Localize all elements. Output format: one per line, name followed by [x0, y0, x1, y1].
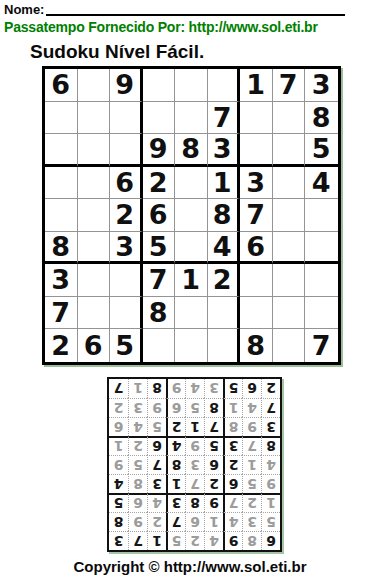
puzzle-cell[interactable]	[273, 102, 306, 135]
solution-cell: 8	[204, 398, 223, 417]
solution-cell: 2	[109, 398, 128, 417]
puzzle-cell[interactable]	[110, 102, 143, 135]
solution-cell: 9	[185, 436, 204, 455]
puzzle-cell[interactable]: 2	[110, 199, 143, 232]
puzzle-cell[interactable]: 3	[208, 134, 241, 167]
puzzle-cell[interactable]	[45, 134, 78, 167]
solution-cell: 4	[166, 436, 185, 455]
puzzle-cell[interactable]: 5	[110, 329, 143, 362]
puzzle-cell[interactable]	[273, 199, 306, 232]
solution-cell: 9	[261, 474, 280, 493]
puzzle-cell[interactable]	[175, 329, 208, 362]
puzzle-cell[interactable]	[273, 297, 306, 330]
solution-cell: 6	[261, 531, 280, 550]
puzzle-cell[interactable]: 3	[45, 264, 78, 297]
puzzle-cell[interactable]	[78, 199, 111, 232]
puzzle-cell[interactable]	[175, 232, 208, 265]
solution-cell: 3	[128, 398, 147, 417]
solution-cell: 7	[261, 398, 280, 417]
puzzle-cell[interactable]	[78, 134, 111, 167]
solution-cell: 3	[109, 531, 128, 550]
puzzle-cell[interactable]	[240, 102, 273, 135]
puzzle-cell[interactable]: 6	[143, 199, 176, 232]
puzzle-cell[interactable]: 6	[45, 69, 78, 102]
solution-cell: 1	[166, 474, 185, 493]
solution-cell: 1	[204, 512, 223, 531]
puzzle-cell[interactable]	[240, 297, 273, 330]
puzzle-cell[interactable]	[175, 167, 208, 200]
puzzle-cell[interactable]	[273, 167, 306, 200]
puzzle-cell[interactable]	[208, 329, 241, 362]
puzzle-cell[interactable]: 7	[45, 297, 78, 330]
puzzle-cell[interactable]	[78, 232, 111, 265]
solution-cell: 8	[128, 474, 147, 493]
solution-cell: 7	[204, 417, 223, 436]
puzzle-cell[interactable]: 2	[208, 264, 241, 297]
solution-cell: 3	[166, 493, 185, 512]
puzzle-cell[interactable]: 1	[208, 167, 241, 200]
solution-cell: 5	[128, 455, 147, 474]
puzzle-cell[interactable]	[110, 297, 143, 330]
solution-cell: 6	[185, 512, 204, 531]
copyright-text: Copyright © http://www.sol.eti.br	[0, 558, 380, 575]
name-row: Nome:	[4, 2, 345, 17]
puzzle-cell[interactable]: 8	[208, 199, 241, 232]
puzzle-cell[interactable]: 3	[240, 167, 273, 200]
puzzle-cell[interactable]	[143, 329, 176, 362]
solution-cell: 4	[147, 493, 166, 512]
puzzle-cell[interactable]: 1	[175, 264, 208, 297]
puzzle-cell[interactable]	[78, 102, 111, 135]
puzzle-cell[interactable]	[175, 69, 208, 102]
solution-cell: 1	[185, 417, 204, 436]
solution-cell: 9	[166, 379, 185, 398]
solution-cell: 5	[185, 398, 204, 417]
puzzle-cell[interactable]: 6	[110, 167, 143, 200]
puzzle-cell[interactable]: 9	[110, 69, 143, 102]
solution-cell: 1	[223, 398, 242, 417]
solution-cell: 4	[128, 417, 147, 436]
puzzle-cell[interactable]	[143, 102, 176, 135]
puzzle-cell[interactable]: 4	[305, 167, 338, 200]
solution-cell: 2	[242, 493, 261, 512]
solution-cell: 9	[242, 417, 261, 436]
solution-cell: 1	[128, 379, 147, 398]
solution-cell: 4	[261, 455, 280, 474]
solution-cell: 9	[147, 398, 166, 417]
puzzle-cell[interactable]	[273, 264, 306, 297]
solution-cell: 7	[223, 493, 242, 512]
solution-cell: 5	[223, 379, 242, 398]
solution-cell: 5	[261, 512, 280, 531]
solution-cell: 2	[128, 436, 147, 455]
puzzle-cell[interactable]: 7	[208, 102, 241, 135]
solution-cell: 7	[128, 531, 147, 550]
solution-cell: 2	[223, 455, 242, 474]
solution-cell: 6	[204, 455, 223, 474]
puzzle-cell[interactable]	[143, 69, 176, 102]
puzzle-cell[interactable]	[110, 134, 143, 167]
solution-cell: 4	[223, 512, 242, 531]
solution-cell: 3	[204, 379, 223, 398]
solution-cell: 5	[204, 436, 223, 455]
solution-cell: 9	[204, 493, 223, 512]
solution-cell: 1	[261, 493, 280, 512]
name-underline	[46, 2, 345, 16]
sudoku-puzzle-grid: 691737898356213426878354637127826587	[42, 66, 341, 365]
puzzle-cell[interactable]: 7	[143, 264, 176, 297]
solution-cell: 5	[147, 417, 166, 436]
solution-cell: 7	[109, 379, 128, 398]
puzzle-cell[interactable]	[305, 297, 338, 330]
puzzle-cell[interactable]: 2	[143, 167, 176, 200]
puzzle-cell[interactable]	[78, 297, 111, 330]
puzzle-cell[interactable]	[305, 264, 338, 297]
puzzle-cell[interactable]	[240, 134, 273, 167]
solution-cell: 8	[147, 379, 166, 398]
puzzle-cell[interactable]: 7	[273, 69, 306, 102]
solution-cell: 4	[109, 474, 128, 493]
solution-cell: 6	[242, 379, 261, 398]
puzzle-cell[interactable]: 8	[45, 232, 78, 265]
puzzle-cell[interactable]: 9	[143, 134, 176, 167]
solution-cell: 2	[204, 474, 223, 493]
solution-cell: 6	[109, 417, 128, 436]
solution-cell: 8	[166, 455, 185, 474]
solution-cell: 3	[242, 512, 261, 531]
puzzle-cell[interactable]: 6	[240, 232, 273, 265]
puzzle-cell[interactable]: 6	[78, 329, 111, 362]
solution-cell: 2	[185, 531, 204, 550]
puzzle-cell[interactable]	[175, 297, 208, 330]
puzzle-cell[interactable]	[305, 232, 338, 265]
solution-cell: 8	[261, 436, 280, 455]
puzzle-cell[interactable]	[45, 102, 78, 135]
solution-cell: 4	[185, 379, 204, 398]
solution-cell: 8	[223, 417, 242, 436]
puzzle-cell[interactable]	[273, 134, 306, 167]
puzzle-cell[interactable]: 5	[143, 232, 176, 265]
puzzle-cell[interactable]	[305, 199, 338, 232]
provided-by-text: Passatempo Fornecido Por: http://www.sol…	[4, 19, 376, 35]
puzzle-cell[interactable]	[208, 297, 241, 330]
puzzle-cell[interactable]	[208, 69, 241, 102]
solution-cell: 3	[223, 436, 242, 455]
solution-cell: 4	[242, 398, 261, 417]
sudoku-solution-grid: 6894251735341672981279834659562713844126…	[107, 377, 282, 552]
solution-cell: 9	[109, 455, 128, 474]
puzzle-cell[interactable]	[175, 199, 208, 232]
puzzle-cell[interactable]	[78, 264, 111, 297]
solution-cell: 6	[128, 493, 147, 512]
solution-cell: 5	[109, 493, 128, 512]
puzzle-cell[interactable]: 3	[110, 232, 143, 265]
solution-cell: 6	[223, 474, 242, 493]
solution-cell: 7	[147, 455, 166, 474]
puzzle-cell[interactable]: 4	[208, 232, 241, 265]
solution-cell: 1	[147, 531, 166, 550]
puzzle-cell[interactable]: 7	[240, 199, 273, 232]
solution-cell: 8	[242, 531, 261, 550]
solution-cell: 7	[242, 436, 261, 455]
solution-cell: 2	[261, 379, 280, 398]
solution-cell: 7	[166, 512, 185, 531]
page-title: Sudoku Nível Fácil.	[30, 41, 204, 63]
solution-cell: 9	[128, 512, 147, 531]
puzzle-cell[interactable]: 1	[240, 69, 273, 102]
puzzle-cell[interactable]	[45, 167, 78, 200]
solution-cell: 8	[109, 512, 128, 531]
puzzle-cell[interactable]: 3	[305, 69, 338, 102]
solution-cell: 4	[204, 531, 223, 550]
solution-cell: 3	[261, 417, 280, 436]
puzzle-cell[interactable]	[110, 264, 143, 297]
puzzle-cell[interactable]	[78, 167, 111, 200]
puzzle-cell[interactable]: 2	[45, 329, 78, 362]
puzzle-cell[interactable]: 8	[305, 102, 338, 135]
puzzle-cell[interactable]	[273, 329, 306, 362]
solution-cell: 8	[185, 493, 204, 512]
solution-cell: 3	[185, 455, 204, 474]
solution-cell: 6	[166, 398, 185, 417]
puzzle-cell[interactable]	[240, 264, 273, 297]
puzzle-cell[interactable]	[175, 102, 208, 135]
solution-cell: 5	[166, 531, 185, 550]
solution-cell: 1	[242, 455, 261, 474]
puzzle-cell[interactable]: 7	[305, 329, 338, 362]
solution-cell: 9	[223, 531, 242, 550]
puzzle-cell[interactable]	[273, 232, 306, 265]
solution-cell: 6	[147, 436, 166, 455]
puzzle-cell[interactable]: 5	[305, 134, 338, 167]
puzzle-cell[interactable]: 8	[175, 134, 208, 167]
sudoku-worksheet: Nome: Passatempo Fornecido Por: http://w…	[0, 0, 380, 585]
solution-cell: 2	[147, 512, 166, 531]
solution-cell: 3	[147, 474, 166, 493]
puzzle-cell[interactable]	[45, 199, 78, 232]
solution-cell: 1	[109, 436, 128, 455]
puzzle-cell[interactable]: 8	[240, 329, 273, 362]
puzzle-cell[interactable]	[78, 69, 111, 102]
solution-cell: 5	[242, 474, 261, 493]
puzzle-cell[interactable]: 8	[143, 297, 176, 330]
solution-cell: 7	[185, 474, 204, 493]
name-label: Nome:	[4, 2, 44, 17]
solution-cell: 2	[166, 417, 185, 436]
